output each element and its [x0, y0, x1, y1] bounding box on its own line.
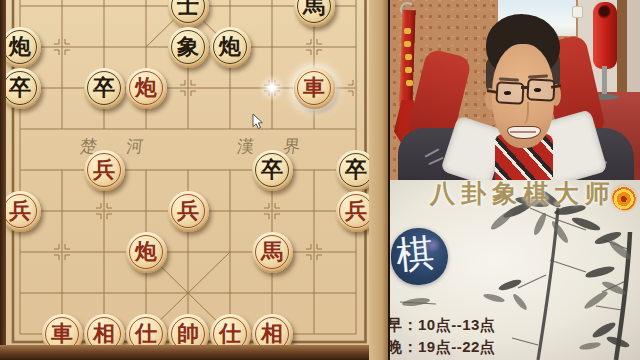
xiangqi-piece-black[interactable]: 炮	[210, 27, 251, 68]
board-frame-right	[369, 0, 390, 360]
knot-bead	[404, 41, 411, 47]
xiangqi-piece-red[interactable]: 兵	[84, 150, 125, 191]
xiangqi-piece-black[interactable]: 卒	[0, 68, 41, 109]
board-frame-bottom	[0, 345, 390, 360]
stream-screen: 楚 河 漢 界 士馬炮象炮卒卒炮車兵卒卒兵兵兵炮馬車相仕帥仕相 ✦	[0, 0, 640, 360]
xiangqi-board[interactable]: 楚 河 漢 界 士馬炮象炮卒卒炮車兵卒卒兵兵兵炮馬車相仕帥仕相 ✦	[0, 0, 390, 360]
eye	[504, 91, 511, 95]
qi-seal-character: 棋	[394, 233, 435, 274]
punching-bag-emblem	[598, 5, 612, 19]
eye	[534, 88, 541, 92]
xiangqi-piece-red[interactable]: 炮	[126, 232, 167, 273]
xiangqi-piece-black[interactable]: 象	[168, 27, 209, 68]
schedule-morning: 早：10点--13点	[390, 314, 495, 336]
qi-seal-stamp: 棋	[391, 228, 448, 285]
xiangqi-piece-red[interactable]: 馬	[252, 232, 293, 273]
xiangqi-piece-red[interactable]: 兵	[168, 191, 209, 232]
knot-bead	[405, 54, 412, 60]
board-frame-left	[0, 0, 6, 360]
schedule-evening: 晚：19点--22点	[390, 336, 495, 358]
glasses-lens	[526, 78, 555, 101]
light-switch	[572, 6, 583, 18]
glasses-bridge	[521, 86, 528, 89]
stream-schedule: 早：10点--13点 晚：19点--22点	[390, 314, 495, 358]
xiangqi-piece-red[interactable]: 車	[294, 68, 335, 109]
xiangqi-piece-black[interactable]: 卒	[84, 68, 125, 109]
xiangqi-piece-black[interactable]: 炮	[0, 27, 41, 68]
webcam-video	[390, 0, 640, 180]
knot-bead	[405, 67, 412, 73]
xiangqi-piece-red[interactable]: 炮	[126, 68, 167, 109]
channel-info-panel: 八卦象棋大师 棋 早：10点--13点 晚：19点--22点	[390, 180, 640, 360]
knot-bead	[406, 80, 413, 86]
channel-title: 八卦象棋大师	[430, 180, 616, 210]
knot-bead	[404, 28, 411, 34]
xiangqi-piece-black[interactable]: 卒	[252, 150, 293, 191]
xiangqi-piece-red[interactable]: 兵	[0, 191, 41, 232]
punching-bag-stand	[602, 66, 607, 97]
